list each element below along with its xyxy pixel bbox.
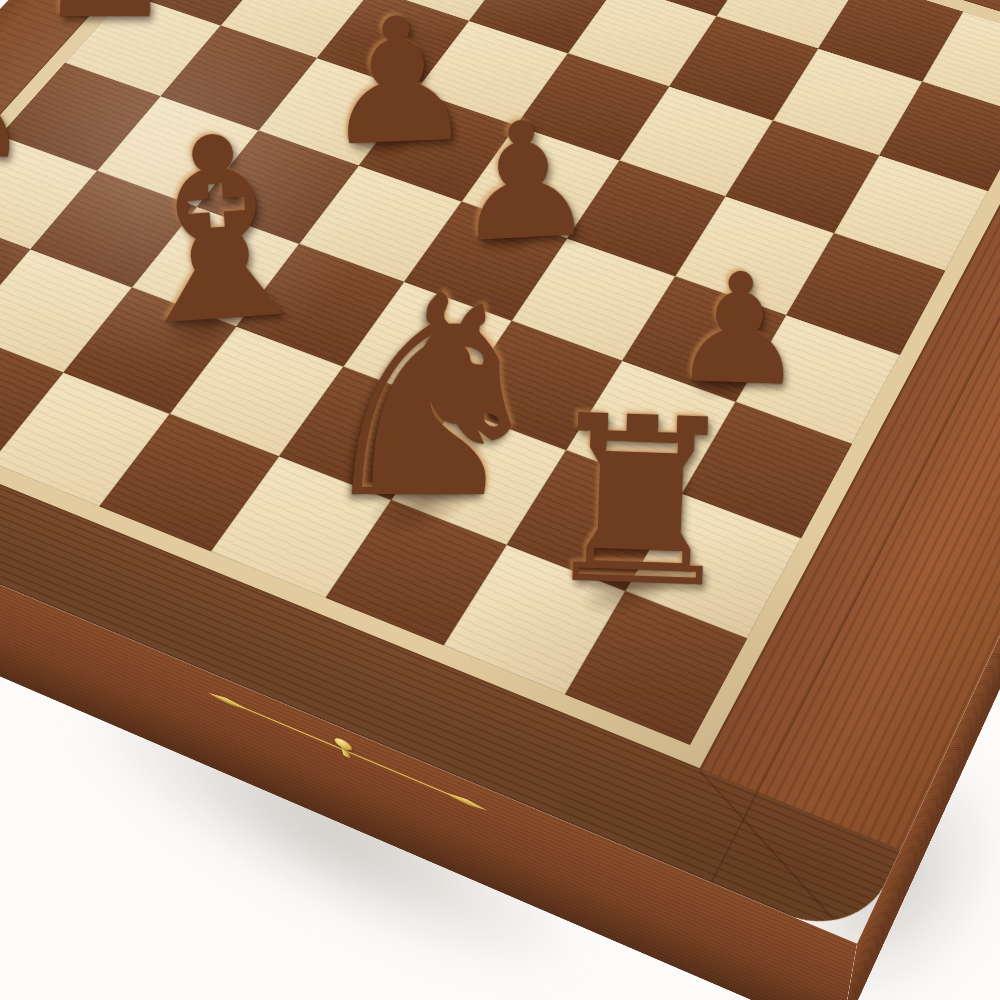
bishop-glyph: ♝	[97, 98, 340, 365]
piece-black-pawn-b6[interactable]: ♟	[36, 0, 174, 39]
piece-black-bishop-d7[interactable]: ♝	[102, 105, 334, 357]
knight-glyph: ♞	[307, 259, 556, 537]
piece-black-pawn-a7[interactable]: ♟	[0, 15, 38, 180]
rook-glyph: ♜	[533, 384, 747, 621]
pawn-glyph: ♟	[38, 0, 172, 39]
pawn-glyph: ♟	[0, 11, 40, 184]
piece-black-knight-f8[interactable]: ♞	[304, 259, 560, 537]
piece-black-rook-g8[interactable]: ♜	[534, 388, 746, 618]
photo-stage: ♟♟♟♟♝♟♞♜	[0, 0, 1000, 1000]
